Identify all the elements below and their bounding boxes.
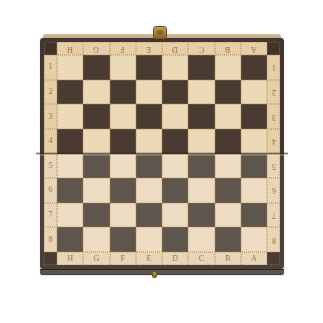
square-c3 (188, 104, 214, 129)
square-a8 (241, 227, 267, 252)
hinge-pin (152, 271, 157, 278)
file-label-cell: D (162, 252, 188, 265)
file-label-cell: A (241, 42, 267, 55)
square-h1 (57, 55, 83, 80)
rank-label-left-6: 6 (49, 186, 53, 194)
file-label-top-g: G (93, 45, 99, 53)
square-f5 (110, 154, 136, 179)
file-label-bottom-c: C (199, 255, 204, 263)
file-label-top-f: F (120, 45, 124, 53)
rank-label-left-1: 1 (49, 63, 53, 71)
square-a7 (241, 203, 267, 228)
square-c2 (188, 80, 214, 105)
square-g3 (83, 104, 109, 129)
rank-label-right-5: 5 (272, 162, 276, 170)
square-c1 (188, 55, 214, 80)
rank-label-left-5: 5 (49, 162, 53, 170)
square-g8 (83, 227, 109, 252)
rank-label-cell: 6 (267, 178, 280, 203)
file-label-cell: C (188, 252, 214, 265)
file-label-cell: B (215, 252, 241, 265)
square-h8 (57, 227, 83, 252)
rank-label-left-4: 4 (49, 137, 53, 145)
rank-label-left-3: 3 (49, 113, 53, 121)
square-d2 (162, 80, 188, 105)
rank-label-cell: 2 (44, 80, 57, 105)
rank-label-cell: 8 (267, 227, 280, 252)
square-e3 (136, 104, 162, 129)
file-label-bottom-h: H (67, 255, 73, 263)
file-label-top-c: C (199, 45, 204, 53)
product-photo: HGFEDCBA1122334455667788HGFEDCBA (0, 0, 323, 323)
square-d7 (162, 203, 188, 228)
rank-label-right-6: 6 (272, 186, 276, 194)
square-c6 (188, 178, 214, 203)
rank-label-left-7: 7 (49, 211, 53, 219)
rank-label-cell: 8 (44, 227, 57, 252)
square-f2 (110, 80, 136, 105)
square-h4 (57, 129, 83, 154)
square-h2 (57, 80, 83, 105)
file-label-cell: B (215, 42, 241, 55)
square-c8 (188, 227, 214, 252)
square-e8 (136, 227, 162, 252)
square-d8 (162, 227, 188, 252)
rank-label-cell: 7 (267, 203, 280, 228)
square-h7 (57, 203, 83, 228)
square-e5 (136, 154, 162, 179)
square-b8 (215, 227, 241, 252)
rank-label-right-8: 8 (272, 236, 276, 244)
file-label-bottom-a: A (251, 255, 257, 263)
square-f7 (110, 203, 136, 228)
square-g4 (83, 129, 109, 154)
rank-label-cell: 4 (267, 129, 280, 154)
fold-seam (36, 152, 288, 156)
rank-label-right-2: 2 (272, 88, 276, 96)
file-label-top-h: H (67, 45, 73, 53)
square-d3 (162, 104, 188, 129)
square-b5 (215, 154, 241, 179)
rank-label-cell: 5 (44, 154, 57, 179)
square-e7 (136, 203, 162, 228)
file-label-top-e: E (146, 45, 151, 53)
square-e6 (136, 178, 162, 203)
square-e1 (136, 55, 162, 80)
file-label-cell: D (162, 42, 188, 55)
rank-label-cell: 5 (267, 154, 280, 179)
border-corner-bottom-left (44, 252, 57, 265)
square-h3 (57, 104, 83, 129)
square-b3 (215, 104, 241, 129)
file-label-cell: A (241, 252, 267, 265)
file-label-cell: H (57, 42, 83, 55)
square-c4 (188, 129, 214, 154)
file-label-cell: G (83, 252, 109, 265)
rank-label-cell: 2 (267, 80, 280, 105)
file-label-bottom-e: E (146, 255, 151, 263)
square-d1 (162, 55, 188, 80)
rank-label-cell: 3 (44, 104, 57, 129)
square-b6 (215, 178, 241, 203)
rank-label-right-3: 3 (272, 113, 276, 121)
square-e4 (136, 129, 162, 154)
square-d4 (162, 129, 188, 154)
square-b1 (215, 55, 241, 80)
square-a1 (241, 55, 267, 80)
square-d6 (162, 178, 188, 203)
border-corner-top-left (44, 42, 57, 55)
file-label-cell: H (57, 252, 83, 265)
square-f3 (110, 104, 136, 129)
rank-label-left-2: 2 (49, 88, 53, 96)
file-label-cell: C (188, 42, 214, 55)
rank-label-cell: 1 (44, 55, 57, 80)
square-b4 (215, 129, 241, 154)
rank-label-cell: 4 (44, 129, 57, 154)
square-g7 (83, 203, 109, 228)
square-g5 (83, 154, 109, 179)
square-a2 (241, 80, 267, 105)
file-label-cell: E (136, 42, 162, 55)
square-f4 (110, 129, 136, 154)
file-label-cell: G (83, 42, 109, 55)
chess-box: HGFEDCBA1122334455667788HGFEDCBA (40, 38, 284, 269)
file-label-bottom-b: B (225, 255, 230, 263)
file-label-bottom-d: D (172, 255, 178, 263)
border-corner-bottom-right (267, 252, 280, 265)
square-c5 (188, 154, 214, 179)
file-label-cell: F (110, 42, 136, 55)
square-c7 (188, 203, 214, 228)
file-label-top-a: A (251, 45, 257, 53)
rank-label-right-1: 1 (272, 63, 276, 71)
rank-label-cell: 1 (267, 55, 280, 80)
clasp-latch (153, 26, 167, 39)
rank-label-cell: 6 (44, 178, 57, 203)
file-label-cell: E (136, 252, 162, 265)
square-b7 (215, 203, 241, 228)
square-e2 (136, 80, 162, 105)
square-f1 (110, 55, 136, 80)
file-label-top-b: B (225, 45, 230, 53)
rank-label-right-4: 4 (272, 137, 276, 145)
file-label-top-d: D (172, 45, 178, 53)
square-d5 (162, 154, 188, 179)
square-g1 (83, 55, 109, 80)
square-a4 (241, 129, 267, 154)
square-f6 (110, 178, 136, 203)
square-a6 (241, 178, 267, 203)
square-a3 (241, 104, 267, 129)
square-h5 (57, 154, 83, 179)
square-b2 (215, 80, 241, 105)
square-g6 (83, 178, 109, 203)
rank-label-cell: 3 (267, 104, 280, 129)
square-h6 (57, 178, 83, 203)
square-g2 (83, 80, 109, 105)
rank-label-left-8: 8 (49, 236, 53, 244)
square-a5 (241, 154, 267, 179)
rank-label-cell: 7 (44, 203, 57, 228)
box-bottom-edge (40, 269, 284, 275)
square-f8 (110, 227, 136, 252)
file-label-cell: F (110, 252, 136, 265)
file-label-bottom-g: G (93, 255, 99, 263)
rank-label-right-7: 7 (272, 211, 276, 219)
file-label-bottom-f: F (120, 255, 124, 263)
border-corner-top-right (267, 42, 280, 55)
